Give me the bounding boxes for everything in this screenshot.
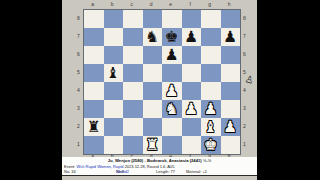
- rank-label-3: 3: [241, 99, 248, 117]
- piece-white-bishop: ♝: [201, 118, 221, 136]
- rank-labels-left: 87654321: [75, 9, 82, 153]
- piece-black-pawn: ♟: [162, 46, 182, 64]
- file-label-c: c: [122, 0, 142, 8]
- piece-black-pawn: ♟: [221, 28, 241, 46]
- square-f5[interactable]: [182, 64, 202, 82]
- square-h3[interactable]: [221, 100, 241, 118]
- square-b8[interactable]: [104, 10, 124, 28]
- square-h5[interactable]: [221, 64, 241, 82]
- rank-label-7: 7: [75, 27, 82, 45]
- square-b6[interactable]: [104, 46, 124, 64]
- piece-black-knight: ♞: [143, 28, 163, 46]
- square-d4[interactable]: [143, 82, 163, 100]
- square-b2[interactable]: [104, 118, 124, 136]
- square-g6[interactable]: [201, 46, 221, 64]
- square-c3[interactable]: [123, 100, 143, 118]
- file-label-f: f: [181, 0, 201, 8]
- rank-label-6: 6: [241, 45, 248, 63]
- square-h8[interactable]: [221, 10, 241, 28]
- square-g4[interactable]: [201, 82, 221, 100]
- square-e2[interactable]: [162, 118, 182, 136]
- game-length: Length: 77: [156, 169, 175, 174]
- square-e8[interactable]: [162, 10, 182, 28]
- square-d7[interactable]: ♞: [143, 28, 163, 46]
- square-b4[interactable]: [104, 82, 124, 100]
- square-f6[interactable]: [182, 46, 202, 64]
- piece-black-king: ♚: [162, 28, 182, 46]
- file-label-g: g: [200, 0, 220, 8]
- piece-white-knight: ♞: [162, 100, 182, 118]
- square-c2[interactable]: [123, 118, 143, 136]
- square-a3[interactable]: [84, 100, 104, 118]
- rank-label-8: 8: [75, 9, 82, 27]
- square-e3[interactable]: ♞: [162, 100, 182, 118]
- piece-white-pawn: ♟: [201, 100, 221, 118]
- game-number: No. 34: [64, 169, 76, 174]
- material-advantage-pawn-icon: ♙: [244, 73, 255, 86]
- square-h4[interactable]: [221, 82, 241, 100]
- piece-black-bishop: ♝: [104, 64, 124, 82]
- next-move-value[interactable]: 36.Rd2: [116, 169, 129, 174]
- square-c6[interactable]: [123, 46, 143, 64]
- square-a2[interactable]: ♜: [84, 118, 104, 136]
- square-f7[interactable]: ♟: [182, 28, 202, 46]
- players-result-line: Ju, Wenjun (2580) - Bodnaruk, Anastasia …: [62, 158, 257, 163]
- square-a8[interactable]: [84, 10, 104, 28]
- square-e5[interactable]: [162, 64, 182, 82]
- square-d3[interactable]: [143, 100, 163, 118]
- rank-label-4: 4: [75, 81, 82, 99]
- rank-label-2: 2: [75, 117, 82, 135]
- square-b5[interactable]: ♝: [104, 64, 124, 82]
- piece-white-pawn: ♟: [162, 82, 182, 100]
- square-d5[interactable]: [143, 64, 163, 82]
- square-a6[interactable]: [84, 46, 104, 64]
- square-a4[interactable]: [84, 82, 104, 100]
- file-label-d: d: [142, 0, 162, 8]
- file-labels-top: abcdefgh: [83, 0, 239, 8]
- square-a5[interactable]: [84, 64, 104, 82]
- piece-white-pawn: ♟: [221, 118, 241, 136]
- rank-label-1: 1: [75, 135, 82, 153]
- file-label-h: h: [220, 0, 240, 8]
- rank-label-5: 5: [75, 63, 82, 81]
- file-label-e: e: [161, 0, 181, 8]
- chessbase-board-panel: abcdefgh 87654321 ♞♚♟♟♟♝♟♞♟♟♜♝♟♜♚ 876543…: [62, 0, 257, 180]
- square-b3[interactable]: [104, 100, 124, 118]
- square-e4[interactable]: ♟: [162, 82, 182, 100]
- square-a7[interactable]: [84, 28, 104, 46]
- square-h7[interactable]: ♟: [221, 28, 241, 46]
- square-e7[interactable]: ♚: [162, 28, 182, 46]
- rank-label-7: 7: [241, 27, 248, 45]
- square-c7[interactable]: [123, 28, 143, 46]
- piece-white-pawn: ♟: [182, 100, 202, 118]
- rank-label-1: 1: [241, 135, 248, 153]
- square-h2[interactable]: ♟: [221, 118, 241, 136]
- square-g2[interactable]: ♝: [201, 118, 221, 136]
- square-f4[interactable]: [182, 82, 202, 100]
- chess-board[interactable]: ♞♚♟♟♟♝♟♞♟♟♜♝♟♜♚: [83, 9, 241, 155]
- square-h6[interactable]: [221, 46, 241, 64]
- square-d6[interactable]: [143, 46, 163, 64]
- material-text: Material: +1: [186, 169, 207, 174]
- square-c5[interactable]: [123, 64, 143, 82]
- rank-label-3: 3: [75, 99, 82, 117]
- square-d8[interactable]: [143, 10, 163, 28]
- square-b7[interactable]: [104, 28, 124, 46]
- file-label-b: b: [103, 0, 123, 8]
- square-d2[interactable]: [143, 118, 163, 136]
- square-g3[interactable]: ♟: [201, 100, 221, 118]
- square-c8[interactable]: [123, 10, 143, 28]
- square-g8[interactable]: [201, 10, 221, 28]
- square-g7[interactable]: [201, 28, 221, 46]
- rank-label-8: 8: [241, 9, 248, 27]
- game-header-panel: Ju, Wenjun (2580) - Bodnaruk, Anastasia …: [62, 157, 257, 176]
- square-f3[interactable]: ♟: [182, 100, 202, 118]
- square-g5[interactable]: [201, 64, 221, 82]
- square-c4[interactable]: [123, 82, 143, 100]
- piece-black-rook: ♜: [84, 118, 104, 136]
- square-f8[interactable]: [182, 10, 202, 28]
- video-frame: abcdefgh 87654321 ♞♚♟♟♟♝♟♞♟♟♜♝♟♜♚ 876543…: [0, 0, 320, 180]
- square-f2[interactable]: [182, 118, 202, 136]
- piece-black-pawn: ♟: [182, 28, 202, 46]
- square-e6[interactable]: ♟: [162, 46, 182, 64]
- rank-label-6: 6: [75, 45, 82, 63]
- rank-label-2: 2: [241, 117, 248, 135]
- file-label-a: a: [83, 0, 103, 8]
